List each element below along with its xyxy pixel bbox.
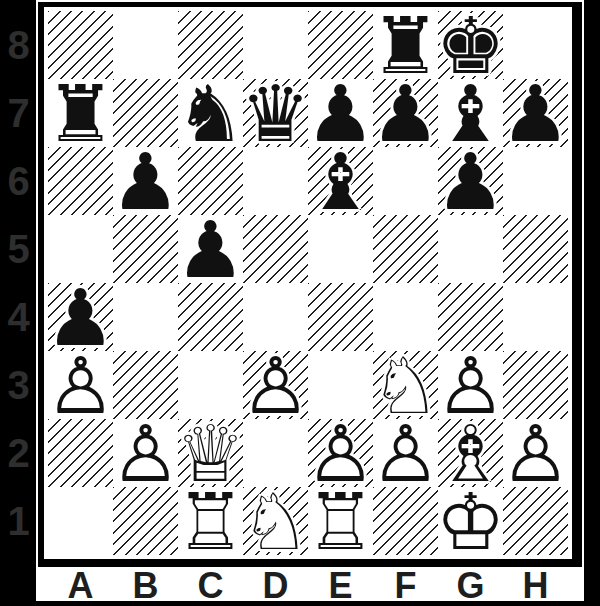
- square-h7[interactable]: ♟♟: [503, 79, 568, 147]
- square-f2[interactable]: ♟♙: [373, 419, 438, 487]
- file-label-e: E: [308, 569, 373, 601]
- black-knight[interactable]: ♞♞: [178, 79, 243, 147]
- file-label-f: F: [373, 569, 438, 601]
- square-f5[interactable]: [373, 215, 438, 283]
- square-b8[interactable]: [113, 11, 178, 79]
- square-c5[interactable]: ♟♟: [178, 215, 243, 283]
- black-pawn[interactable]: ♟♟: [373, 79, 438, 147]
- piece-glyph: ♟: [178, 216, 243, 284]
- piece-glyph: ♜: [48, 80, 113, 148]
- file-label-b: B: [113, 569, 178, 601]
- square-d1[interactable]: ♞♘: [243, 487, 308, 555]
- black-queen[interactable]: ♛♛: [243, 79, 308, 147]
- square-h1[interactable]: [503, 487, 568, 555]
- piece-glyph: ♙: [503, 420, 568, 488]
- piece-glyph: ♙: [48, 352, 113, 420]
- square-c4[interactable]: [178, 283, 243, 351]
- white-pawn[interactable]: ♟♙: [373, 419, 438, 487]
- piece-glyph: ♖: [308, 488, 373, 556]
- square-h6[interactable]: [503, 147, 568, 215]
- piece-glyph: ♘: [243, 488, 308, 556]
- rank-label-3: 3: [0, 351, 37, 419]
- rank-label-1: 1: [0, 487, 37, 555]
- rank-labels: 87654321: [0, 11, 37, 555]
- square-f1[interactable]: [373, 487, 438, 555]
- square-e4[interactable]: [308, 283, 373, 351]
- square-b1[interactable]: [113, 487, 178, 555]
- board-frame: ♜♜♚♚♜♜♞♞♛♛♟♟♟♟♝♝♟♟♟♟♝♝♟♟♟♟♟♟♟♙♟♙♞♘♟♙♟♙♛♕…: [36, 0, 584, 569]
- square-h4[interactable]: [503, 283, 568, 351]
- piece-glyph: ♛: [243, 80, 308, 148]
- square-a2[interactable]: [48, 419, 113, 487]
- piece-glyph: ♟: [113, 148, 178, 216]
- square-c1[interactable]: ♜♖: [178, 487, 243, 555]
- rank-label-5: 5: [0, 215, 37, 283]
- square-e5[interactable]: [308, 215, 373, 283]
- square-c7[interactable]: ♞♞: [178, 79, 243, 147]
- piece-glyph: ♝: [308, 148, 373, 216]
- black-pawn[interactable]: ♟♟: [113, 147, 178, 215]
- file-label-g: G: [438, 569, 503, 601]
- square-a7[interactable]: ♜♜: [48, 79, 113, 147]
- square-b6[interactable]: ♟♟: [113, 147, 178, 215]
- file-label-band: ABCDEFGH: [36, 569, 584, 601]
- square-g5[interactable]: [438, 215, 503, 283]
- square-d3[interactable]: ♟♙: [243, 351, 308, 419]
- white-pawn[interactable]: ♟♙: [243, 351, 308, 419]
- rank-label-8: 8: [0, 11, 37, 79]
- square-h2[interactable]: ♟♙: [503, 419, 568, 487]
- piece-glyph: ♟: [373, 80, 438, 148]
- piece-glyph: ♙: [113, 420, 178, 488]
- piece-glyph: ♙: [243, 352, 308, 420]
- white-rook[interactable]: ♜♖: [308, 487, 373, 555]
- black-pawn[interactable]: ♟♟: [438, 147, 503, 215]
- square-b4[interactable]: [113, 283, 178, 351]
- square-f6[interactable]: [373, 147, 438, 215]
- square-d7[interactable]: ♛♛: [243, 79, 308, 147]
- square-a6[interactable]: [48, 147, 113, 215]
- white-pawn[interactable]: ♟♙: [48, 351, 113, 419]
- file-label-c: C: [178, 569, 243, 601]
- piece-glyph: ♔: [438, 488, 503, 556]
- white-knight[interactable]: ♞♘: [243, 487, 308, 555]
- square-f7[interactable]: ♟♟: [373, 79, 438, 147]
- black-pawn[interactable]: ♟♟: [503, 79, 568, 147]
- square-g1[interactable]: ♚♔: [438, 487, 503, 555]
- white-rook[interactable]: ♜♖: [178, 487, 243, 555]
- square-a1[interactable]: [48, 487, 113, 555]
- square-d5[interactable]: [243, 215, 308, 283]
- piece-glyph: ♞: [178, 80, 243, 148]
- file-label-a: A: [48, 569, 113, 601]
- piece-glyph: ♟: [438, 148, 503, 216]
- square-d6[interactable]: [243, 147, 308, 215]
- piece-glyph: ♖: [178, 488, 243, 556]
- white-king[interactable]: ♚♔: [438, 487, 503, 555]
- square-g6[interactable]: ♟♟: [438, 147, 503, 215]
- rank-label-7: 7: [0, 79, 37, 147]
- file-label-h: H: [503, 569, 568, 601]
- square-b2[interactable]: ♟♙: [113, 419, 178, 487]
- rank-label-4: 4: [0, 283, 37, 351]
- white-pawn[interactable]: ♟♙: [113, 419, 178, 487]
- white-pawn[interactable]: ♟♙: [503, 419, 568, 487]
- square-a3[interactable]: ♟♙: [48, 351, 113, 419]
- piece-glyph: ♟: [503, 80, 568, 148]
- file-label-d: D: [243, 569, 308, 601]
- square-e1[interactable]: ♜♖: [308, 487, 373, 555]
- chess-diagram: 87654321 ♜♜♚♚♜♜♞♞♛♛♟♟♟♟♝♝♟♟♟♟♝♝♟♟♟♟♟♟♟♙♟…: [0, 0, 600, 606]
- file-labels: ABCDEFGH: [48, 569, 568, 601]
- black-bishop[interactable]: ♝♝: [308, 147, 373, 215]
- square-b5[interactable]: [113, 215, 178, 283]
- rank-label-6: 6: [0, 147, 37, 215]
- black-pawn[interactable]: ♟♟: [178, 215, 243, 283]
- black-rook[interactable]: ♜♜: [48, 79, 113, 147]
- piece-glyph: ♙: [373, 420, 438, 488]
- square-e6[interactable]: ♝♝: [308, 147, 373, 215]
- chessboard: ♜♜♚♚♜♜♞♞♛♛♟♟♟♟♝♝♟♟♟♟♝♝♟♟♟♟♟♟♟♙♟♙♞♘♟♙♟♙♛♕…: [48, 11, 568, 555]
- rank-label-2: 2: [0, 419, 37, 487]
- board-inner-border: ♜♜♚♚♜♜♞♞♛♛♟♟♟♟♝♝♟♟♟♟♝♝♟♟♟♟♟♟♟♙♟♙♞♘♟♙♟♙♛♕…: [44, 7, 572, 559]
- square-h5[interactable]: [503, 215, 568, 283]
